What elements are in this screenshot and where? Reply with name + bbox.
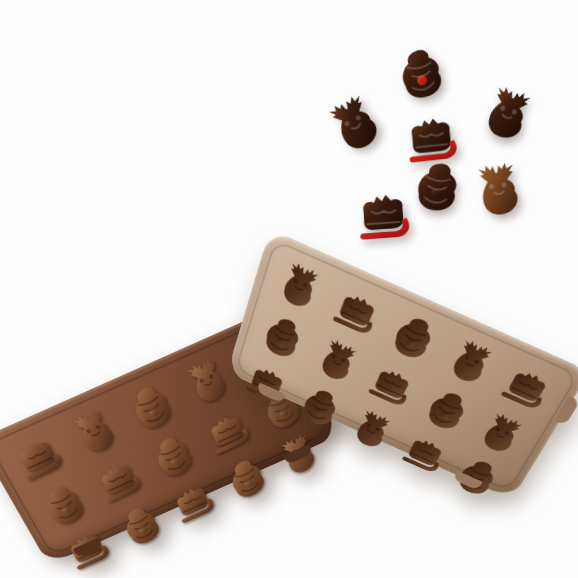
loose-chocolates-layer <box>0 0 578 578</box>
sleigh-glyph <box>350 183 418 251</box>
chocolate-reindeer <box>464 157 534 227</box>
chocolate-sleigh <box>350 183 418 251</box>
reindeer-glyph <box>469 78 545 154</box>
chocolate-reindeer <box>314 84 398 168</box>
reindeer-glyph <box>464 157 534 227</box>
santa-glyph <box>387 41 456 110</box>
chocolate-santa <box>387 41 456 110</box>
reindeer-glyph <box>314 84 398 168</box>
chocolate-reindeer <box>469 78 545 154</box>
product-photo-scene <box>0 0 578 578</box>
